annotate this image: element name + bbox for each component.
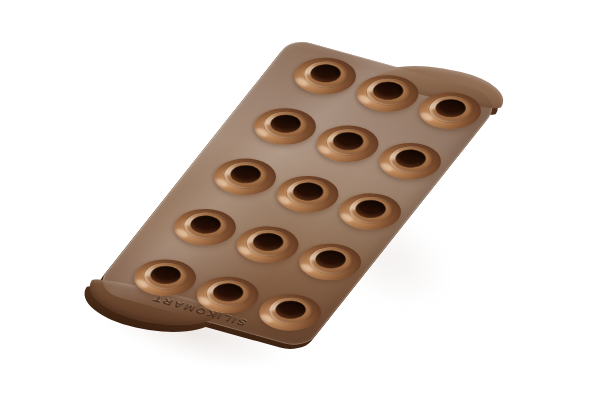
mold-cavity (409, 87, 491, 136)
mold-cavity (227, 220, 309, 269)
mold-cavity (204, 153, 286, 202)
mold-cavity (329, 187, 411, 236)
product-photo: SILIKOMART (0, 0, 600, 400)
mold-cavity (289, 238, 371, 287)
mold-cavity (164, 203, 246, 252)
mold-cavity (369, 137, 451, 186)
mold-cavity (307, 120, 389, 169)
mold-cavity (347, 69, 429, 118)
mold-cavity (267, 170, 349, 219)
mold-cavity (244, 102, 326, 151)
mold-cavity (284, 52, 366, 101)
